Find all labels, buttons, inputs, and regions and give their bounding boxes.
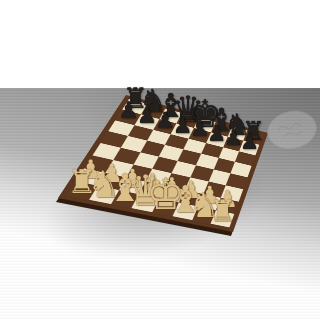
product-photo: ♜♞♝♛♚♝♞♜♟♟♟♟♟♟♟♟♟♟♟♟♟♟♟♟♜♞♝♛♚♝♞♜ bbox=[0, 0, 320, 320]
square-h1 bbox=[211, 210, 234, 227]
